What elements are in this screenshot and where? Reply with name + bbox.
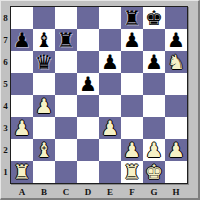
square-h5[interactable] (165, 73, 187, 95)
square-e1[interactable] (99, 161, 121, 183)
piece-black-bishop[interactable]: ♝ (33, 29, 55, 51)
square-b3[interactable] (33, 117, 55, 139)
square-e8[interactable] (99, 7, 121, 29)
piece-black-pawn[interactable]: ♟ (121, 29, 143, 51)
square-h2[interactable]: ♟ (165, 139, 187, 161)
square-g8[interactable]: ♚ (143, 7, 165, 29)
piece-white-pawn[interactable]: ♟ (165, 139, 187, 161)
file-labels: ABCDEFGH (11, 186, 187, 198)
file-label-h: H (165, 186, 187, 198)
rank-label-5: 5 (1, 73, 10, 95)
piece-white-pawn[interactable]: ♟ (33, 95, 55, 117)
square-c6[interactable] (55, 51, 77, 73)
square-g4[interactable] (143, 95, 165, 117)
square-b2[interactable]: ♝ (33, 139, 55, 161)
square-h8[interactable] (165, 7, 187, 29)
square-d7[interactable] (77, 29, 99, 51)
square-d6[interactable] (77, 51, 99, 73)
piece-black-king[interactable]: ♚ (143, 7, 165, 29)
square-b4[interactable]: ♟ (33, 95, 55, 117)
piece-black-pawn[interactable]: ♟ (143, 51, 165, 73)
square-g7[interactable] (143, 29, 165, 51)
rank-label-3: 3 (1, 117, 10, 139)
piece-black-pawn[interactable]: ♟ (165, 29, 187, 51)
square-e4[interactable] (99, 95, 121, 117)
square-a1[interactable]: ♜ (11, 161, 33, 183)
square-g3[interactable] (143, 117, 165, 139)
square-f2[interactable]: ♟ (121, 139, 143, 161)
rank-labels: 87654321 (1, 7, 10, 183)
square-a6[interactable] (11, 51, 33, 73)
file-label-f: F (121, 186, 143, 198)
square-e2[interactable] (99, 139, 121, 161)
piece-black-pawn[interactable]: ♟ (11, 29, 33, 51)
file-label-d: D (77, 186, 99, 198)
square-b6[interactable]: ♛ (33, 51, 55, 73)
square-c7[interactable]: ♜ (55, 29, 77, 51)
square-b8[interactable] (33, 7, 55, 29)
square-a5[interactable] (11, 73, 33, 95)
piece-white-pawn[interactable]: ♟ (121, 139, 143, 161)
square-e3[interactable]: ♟ (99, 117, 121, 139)
square-d1[interactable] (77, 161, 99, 183)
square-c3[interactable] (55, 117, 77, 139)
piece-white-rook[interactable]: ♜ (11, 161, 33, 183)
piece-black-rook[interactable]: ♜ (121, 7, 143, 29)
square-g2[interactable]: ♟ (143, 139, 165, 161)
piece-black-queen[interactable]: ♛ (33, 51, 55, 73)
square-a7[interactable]: ♟ (11, 29, 33, 51)
file-label-e: E (99, 186, 121, 198)
piece-white-bishop[interactable]: ♝ (33, 139, 55, 161)
rank-label-4: 4 (1, 95, 10, 117)
square-f1[interactable]: ♜ (121, 161, 143, 183)
rank-label-8: 8 (1, 7, 10, 29)
square-f5[interactable] (121, 73, 143, 95)
file-label-g: G (143, 186, 165, 198)
square-b7[interactable]: ♝ (33, 29, 55, 51)
piece-white-knight[interactable]: ♞ (165, 51, 187, 73)
file-label-a: A (11, 186, 33, 198)
square-d3[interactable] (77, 117, 99, 139)
chess-board[interactable]: ♜♚♟♝♜♟♟♛♟♟♞♟♟♟♟♝♟♟♟♜♜♚ (10, 6, 188, 184)
square-a3[interactable]: ♟ (11, 117, 33, 139)
square-h4[interactable] (165, 95, 187, 117)
piece-white-king[interactable]: ♚ (143, 161, 165, 183)
piece-black-pawn[interactable]: ♟ (77, 73, 99, 95)
chess-board-frame: 87654321 ♜♚♟♝♜♟♟♛♟♟♞♟♟♟♟♝♟♟♟♜♜♚ ABCDEFGH (0, 0, 200, 200)
square-e5[interactable] (99, 73, 121, 95)
piece-white-pawn[interactable]: ♟ (99, 117, 121, 139)
rank-label-7: 7 (1, 29, 10, 51)
square-c2[interactable] (55, 139, 77, 161)
piece-black-pawn[interactable]: ♟ (99, 51, 121, 73)
piece-white-pawn[interactable]: ♟ (11, 117, 33, 139)
square-f4[interactable] (121, 95, 143, 117)
square-g6[interactable]: ♟ (143, 51, 165, 73)
file-label-c: C (55, 186, 77, 198)
square-h1[interactable] (165, 161, 187, 183)
square-f6[interactable] (121, 51, 143, 73)
square-g1[interactable]: ♚ (143, 161, 165, 183)
square-e6[interactable]: ♟ (99, 51, 121, 73)
square-a2[interactable] (11, 139, 33, 161)
square-a4[interactable] (11, 95, 33, 117)
square-f7[interactable]: ♟ (121, 29, 143, 51)
square-b1[interactable] (33, 161, 55, 183)
square-b5[interactable] (33, 73, 55, 95)
square-a8[interactable] (11, 7, 33, 29)
square-c4[interactable] (55, 95, 77, 117)
square-h7[interactable]: ♟ (165, 29, 187, 51)
square-d2[interactable] (77, 139, 99, 161)
square-d5[interactable]: ♟ (77, 73, 99, 95)
rank-label-2: 2 (1, 139, 10, 161)
square-d4[interactable] (77, 95, 99, 117)
square-d8[interactable] (77, 7, 99, 29)
square-g5[interactable] (143, 73, 165, 95)
rank-label-1: 1 (1, 161, 10, 183)
rank-label-6: 6 (1, 51, 10, 73)
square-c8[interactable] (55, 7, 77, 29)
square-c5[interactable] (55, 73, 77, 95)
file-label-b: B (33, 186, 55, 198)
square-h3[interactable] (165, 117, 187, 139)
square-h6[interactable]: ♞ (165, 51, 187, 73)
piece-black-rook[interactable]: ♜ (55, 29, 77, 51)
square-c1[interactable] (55, 161, 77, 183)
square-f8[interactable]: ♜ (121, 7, 143, 29)
piece-white-rook[interactable]: ♜ (121, 161, 143, 183)
square-e7[interactable] (99, 29, 121, 51)
square-f3[interactable] (121, 117, 143, 139)
piece-white-pawn[interactable]: ♟ (143, 139, 165, 161)
